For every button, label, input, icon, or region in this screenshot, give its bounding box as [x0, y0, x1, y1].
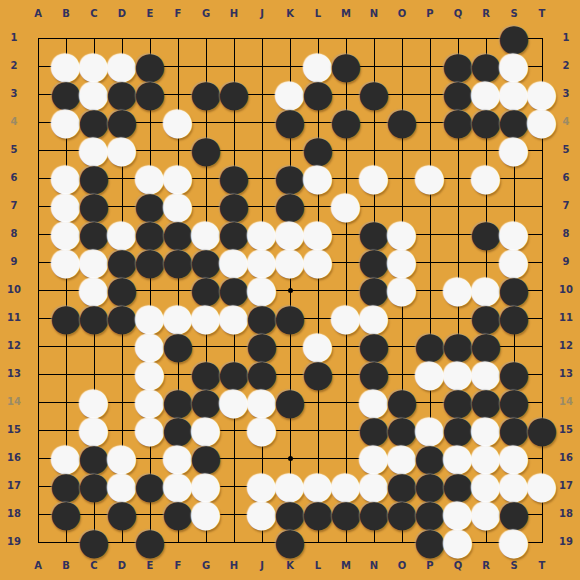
intersection-F3[interactable]: [164, 80, 192, 108]
intersection-E11[interactable]: ●: [136, 304, 164, 332]
intersection-F17[interactable]: ●: [164, 472, 192, 500]
intersection-R1[interactable]: [472, 24, 500, 52]
intersection-K1[interactable]: [276, 24, 304, 52]
intersection-P7[interactable]: [416, 192, 444, 220]
intersection-C18[interactable]: [80, 500, 108, 528]
intersection-P9[interactable]: [416, 248, 444, 276]
intersection-F10[interactable]: [164, 276, 192, 304]
intersection-Q3[interactable]: ●: [444, 80, 472, 108]
intersection-E17[interactable]: ●: [136, 472, 164, 500]
intersection-K8[interactable]: ●: [276, 220, 304, 248]
intersection-T5[interactable]: [528, 136, 556, 164]
intersection-O5[interactable]: [388, 136, 416, 164]
intersection-M3[interactable]: [332, 80, 360, 108]
intersection-A8[interactable]: [24, 220, 52, 248]
intersection-R13[interactable]: ●: [472, 360, 500, 388]
intersection-M14[interactable]: [332, 388, 360, 416]
intersection-H12[interactable]: [220, 332, 248, 360]
intersection-J18[interactable]: ●: [248, 500, 276, 528]
intersection-H11[interactable]: ●: [220, 304, 248, 332]
intersection-Q14[interactable]: ●: [444, 388, 472, 416]
intersection-E13[interactable]: ●: [136, 360, 164, 388]
intersection-Q16[interactable]: ●: [444, 444, 472, 472]
intersection-C1[interactable]: [80, 24, 108, 52]
intersection-B11[interactable]: ●: [52, 304, 80, 332]
intersection-L2[interactable]: ●: [304, 52, 332, 80]
intersection-G12[interactable]: [192, 332, 220, 360]
intersection-P18[interactable]: ●: [416, 500, 444, 528]
intersection-F4[interactable]: ●: [164, 108, 192, 136]
intersection-P3[interactable]: [416, 80, 444, 108]
intersection-A6[interactable]: [24, 164, 52, 192]
intersection-J7[interactable]: [248, 192, 276, 220]
intersection-M16[interactable]: [332, 444, 360, 472]
intersection-O17[interactable]: ●: [388, 472, 416, 500]
intersection-C13[interactable]: [80, 360, 108, 388]
intersection-P12[interactable]: ●: [416, 332, 444, 360]
intersection-B2[interactable]: ●: [52, 52, 80, 80]
intersection-S10[interactable]: ●: [500, 276, 528, 304]
intersection-P15[interactable]: ●: [416, 416, 444, 444]
intersection-B9[interactable]: ●: [52, 248, 80, 276]
intersection-T18[interactable]: [528, 500, 556, 528]
intersection-N8[interactable]: ●: [360, 220, 388, 248]
intersection-S12[interactable]: [500, 332, 528, 360]
intersection-G17[interactable]: ●: [192, 472, 220, 500]
intersection-D17[interactable]: ●: [108, 472, 136, 500]
intersection-T12[interactable]: [528, 332, 556, 360]
intersection-J14[interactable]: ●: [248, 388, 276, 416]
intersection-L12[interactable]: ●: [304, 332, 332, 360]
intersection-K5[interactable]: [276, 136, 304, 164]
intersection-T13[interactable]: [528, 360, 556, 388]
intersection-Q19[interactable]: ●: [444, 528, 472, 556]
intersection-F6[interactable]: ●: [164, 164, 192, 192]
intersection-K7[interactable]: ●: [276, 192, 304, 220]
intersection-B17[interactable]: ●: [52, 472, 80, 500]
intersection-A10[interactable]: [24, 276, 52, 304]
intersection-S15[interactable]: ●: [500, 416, 528, 444]
intersection-M15[interactable]: [332, 416, 360, 444]
intersection-L6[interactable]: ●: [304, 164, 332, 192]
intersection-M11[interactable]: ●: [332, 304, 360, 332]
intersection-S3[interactable]: ●: [500, 80, 528, 108]
intersection-C16[interactable]: ●: [80, 444, 108, 472]
intersection-D3[interactable]: ●: [108, 80, 136, 108]
intersection-D14[interactable]: [108, 388, 136, 416]
intersection-H9[interactable]: ●: [220, 248, 248, 276]
intersection-O7[interactable]: [388, 192, 416, 220]
intersection-N1[interactable]: [360, 24, 388, 52]
intersection-A7[interactable]: [24, 192, 52, 220]
intersection-E8[interactable]: ●: [136, 220, 164, 248]
intersection-R12[interactable]: ●: [472, 332, 500, 360]
intersection-H4[interactable]: [220, 108, 248, 136]
intersection-N17[interactable]: ●: [360, 472, 388, 500]
intersection-J12[interactable]: ●: [248, 332, 276, 360]
intersection-G15[interactable]: ●: [192, 416, 220, 444]
intersection-B7[interactable]: ●: [52, 192, 80, 220]
intersection-L1[interactable]: [304, 24, 332, 52]
intersection-G7[interactable]: [192, 192, 220, 220]
intersection-N3[interactable]: ●: [360, 80, 388, 108]
intersection-S8[interactable]: ●: [500, 220, 528, 248]
intersection-J8[interactable]: ●: [248, 220, 276, 248]
intersection-S19[interactable]: ●: [500, 528, 528, 556]
intersection-S2[interactable]: ●: [500, 52, 528, 80]
intersection-E15[interactable]: ●: [136, 416, 164, 444]
intersection-N14[interactable]: ●: [360, 388, 388, 416]
intersection-H8[interactable]: ●: [220, 220, 248, 248]
intersection-Q6[interactable]: [444, 164, 472, 192]
intersection-J3[interactable]: [248, 80, 276, 108]
intersection-S7[interactable]: [500, 192, 528, 220]
intersection-A17[interactable]: [24, 472, 52, 500]
intersection-R6[interactable]: ●: [472, 164, 500, 192]
intersection-R2[interactable]: ●: [472, 52, 500, 80]
intersection-H14[interactable]: ●: [220, 388, 248, 416]
intersection-J15[interactable]: ●: [248, 416, 276, 444]
intersection-L15[interactable]: [304, 416, 332, 444]
intersection-G8[interactable]: ●: [192, 220, 220, 248]
intersection-K13[interactable]: [276, 360, 304, 388]
intersection-Q1[interactable]: [444, 24, 472, 52]
intersection-N15[interactable]: ●: [360, 416, 388, 444]
intersection-D2[interactable]: ●: [108, 52, 136, 80]
intersection-K11[interactable]: ●: [276, 304, 304, 332]
intersection-L10[interactable]: [304, 276, 332, 304]
intersection-T6[interactable]: [528, 164, 556, 192]
intersection-H1[interactable]: [220, 24, 248, 52]
intersection-D11[interactable]: ●: [108, 304, 136, 332]
intersection-H18[interactable]: [220, 500, 248, 528]
intersection-O1[interactable]: [388, 24, 416, 52]
intersection-P1[interactable]: [416, 24, 444, 52]
intersection-H10[interactable]: ●: [220, 276, 248, 304]
intersection-K18[interactable]: ●: [276, 500, 304, 528]
intersection-G5[interactable]: ●: [192, 136, 220, 164]
intersection-R15[interactable]: ●: [472, 416, 500, 444]
intersection-P8[interactable]: [416, 220, 444, 248]
intersection-E4[interactable]: [136, 108, 164, 136]
intersection-Q7[interactable]: [444, 192, 472, 220]
intersection-R7[interactable]: [472, 192, 500, 220]
intersection-E14[interactable]: ●: [136, 388, 164, 416]
intersection-G19[interactable]: [192, 528, 220, 556]
intersection-E10[interactable]: [136, 276, 164, 304]
intersection-B19[interactable]: [52, 528, 80, 556]
intersection-F5[interactable]: [164, 136, 192, 164]
intersection-N4[interactable]: [360, 108, 388, 136]
intersection-P5[interactable]: [416, 136, 444, 164]
intersection-F19[interactable]: [164, 528, 192, 556]
intersection-B12[interactable]: [52, 332, 80, 360]
intersection-Q5[interactable]: [444, 136, 472, 164]
intersection-Q17[interactable]: ●: [444, 472, 472, 500]
intersection-P19[interactable]: ●: [416, 528, 444, 556]
intersection-S16[interactable]: ●: [500, 444, 528, 472]
intersection-L11[interactable]: [304, 304, 332, 332]
intersection-B3[interactable]: ●: [52, 80, 80, 108]
intersection-D1[interactable]: [108, 24, 136, 52]
intersection-R4[interactable]: ●: [472, 108, 500, 136]
intersection-B13[interactable]: [52, 360, 80, 388]
intersection-K2[interactable]: [276, 52, 304, 80]
intersection-J10[interactable]: ●: [248, 276, 276, 304]
intersection-C17[interactable]: ●: [80, 472, 108, 500]
intersection-L4[interactable]: [304, 108, 332, 136]
intersection-K17[interactable]: ●: [276, 472, 304, 500]
intersection-L5[interactable]: ●: [304, 136, 332, 164]
intersection-L3[interactable]: ●: [304, 80, 332, 108]
intersection-C11[interactable]: ●: [80, 304, 108, 332]
intersection-A1[interactable]: [24, 24, 52, 52]
intersection-S11[interactable]: ●: [500, 304, 528, 332]
intersection-O9[interactable]: ●: [388, 248, 416, 276]
intersection-H5[interactable]: [220, 136, 248, 164]
intersection-P10[interactable]: [416, 276, 444, 304]
intersection-D5[interactable]: ●: [108, 136, 136, 164]
intersection-B8[interactable]: ●: [52, 220, 80, 248]
intersection-P6[interactable]: ●: [416, 164, 444, 192]
intersection-G4[interactable]: [192, 108, 220, 136]
intersection-E9[interactable]: ●: [136, 248, 164, 276]
intersection-E16[interactable]: [136, 444, 164, 472]
intersection-R3[interactable]: ●: [472, 80, 500, 108]
intersection-A9[interactable]: [24, 248, 52, 276]
intersection-T1[interactable]: [528, 24, 556, 52]
intersection-M6[interactable]: [332, 164, 360, 192]
intersection-T4[interactable]: ●: [528, 108, 556, 136]
intersection-D9[interactable]: ●: [108, 248, 136, 276]
intersection-M8[interactable]: [332, 220, 360, 248]
intersection-E3[interactable]: ●: [136, 80, 164, 108]
intersection-F16[interactable]: ●: [164, 444, 192, 472]
intersection-O19[interactable]: [388, 528, 416, 556]
intersection-O4[interactable]: ●: [388, 108, 416, 136]
intersection-C4[interactable]: ●: [80, 108, 108, 136]
intersection-T8[interactable]: [528, 220, 556, 248]
intersection-D10[interactable]: ●: [108, 276, 136, 304]
intersection-R18[interactable]: ●: [472, 500, 500, 528]
intersection-L18[interactable]: ●: [304, 500, 332, 528]
intersection-H15[interactable]: [220, 416, 248, 444]
intersection-B18[interactable]: ●: [52, 500, 80, 528]
intersection-P2[interactable]: [416, 52, 444, 80]
intersection-Q15[interactable]: ●: [444, 416, 472, 444]
intersection-Q11[interactable]: [444, 304, 472, 332]
intersection-R11[interactable]: ●: [472, 304, 500, 332]
intersection-D19[interactable]: [108, 528, 136, 556]
intersection-P14[interactable]: [416, 388, 444, 416]
intersection-A14[interactable]: [24, 388, 52, 416]
intersection-Q10[interactable]: ●: [444, 276, 472, 304]
intersection-A2[interactable]: [24, 52, 52, 80]
intersection-T3[interactable]: ●: [528, 80, 556, 108]
intersection-G3[interactable]: ●: [192, 80, 220, 108]
intersection-J17[interactable]: ●: [248, 472, 276, 500]
intersection-R14[interactable]: ●: [472, 388, 500, 416]
intersection-J19[interactable]: [248, 528, 276, 556]
intersection-O8[interactable]: ●: [388, 220, 416, 248]
intersection-N18[interactable]: ●: [360, 500, 388, 528]
intersection-C6[interactable]: ●: [80, 164, 108, 192]
intersection-G9[interactable]: ●: [192, 248, 220, 276]
intersection-S4[interactable]: ●: [500, 108, 528, 136]
intersection-J11[interactable]: ●: [248, 304, 276, 332]
intersection-J9[interactable]: ●: [248, 248, 276, 276]
intersection-M13[interactable]: [332, 360, 360, 388]
intersection-N12[interactable]: ●: [360, 332, 388, 360]
intersection-M12[interactable]: [332, 332, 360, 360]
intersection-G13[interactable]: ●: [192, 360, 220, 388]
intersection-C12[interactable]: [80, 332, 108, 360]
intersection-C5[interactable]: ●: [80, 136, 108, 164]
intersection-S18[interactable]: ●: [500, 500, 528, 528]
intersection-K15[interactable]: [276, 416, 304, 444]
intersection-A13[interactable]: [24, 360, 52, 388]
intersection-A12[interactable]: [24, 332, 52, 360]
intersection-N9[interactable]: ●: [360, 248, 388, 276]
intersection-A5[interactable]: [24, 136, 52, 164]
intersection-N11[interactable]: ●: [360, 304, 388, 332]
intersection-F1[interactable]: [164, 24, 192, 52]
intersection-Q9[interactable]: [444, 248, 472, 276]
intersection-S1[interactable]: ●: [500, 24, 528, 52]
intersection-E12[interactable]: ●: [136, 332, 164, 360]
intersection-G16[interactable]: ●: [192, 444, 220, 472]
intersection-K10[interactable]: [276, 276, 304, 304]
intersection-M2[interactable]: ●: [332, 52, 360, 80]
intersection-J1[interactable]: [248, 24, 276, 52]
intersection-F11[interactable]: ●: [164, 304, 192, 332]
intersection-D7[interactable]: [108, 192, 136, 220]
intersection-C15[interactable]: ●: [80, 416, 108, 444]
intersection-P17[interactable]: ●: [416, 472, 444, 500]
intersection-N5[interactable]: [360, 136, 388, 164]
intersection-S13[interactable]: ●: [500, 360, 528, 388]
intersection-D8[interactable]: ●: [108, 220, 136, 248]
intersection-R17[interactable]: ●: [472, 472, 500, 500]
intersection-K4[interactable]: ●: [276, 108, 304, 136]
intersection-P4[interactable]: [416, 108, 444, 136]
intersection-B5[interactable]: [52, 136, 80, 164]
intersection-S9[interactable]: ●: [500, 248, 528, 276]
intersection-K19[interactable]: ●: [276, 528, 304, 556]
intersection-Q12[interactable]: ●: [444, 332, 472, 360]
intersection-G1[interactable]: [192, 24, 220, 52]
intersection-R5[interactable]: [472, 136, 500, 164]
intersection-N19[interactable]: [360, 528, 388, 556]
intersection-T9[interactable]: [528, 248, 556, 276]
intersection-J4[interactable]: [248, 108, 276, 136]
intersection-O12[interactable]: [388, 332, 416, 360]
intersection-L16[interactable]: [304, 444, 332, 472]
intersection-C19[interactable]: ●: [80, 528, 108, 556]
intersection-K9[interactable]: ●: [276, 248, 304, 276]
intersection-G14[interactable]: ●: [192, 388, 220, 416]
intersection-F15[interactable]: ●: [164, 416, 192, 444]
intersection-L13[interactable]: ●: [304, 360, 332, 388]
intersection-D6[interactable]: [108, 164, 136, 192]
intersection-T17[interactable]: ●: [528, 472, 556, 500]
intersection-L8[interactable]: ●: [304, 220, 332, 248]
intersection-G6[interactable]: [192, 164, 220, 192]
intersection-C8[interactable]: ●: [80, 220, 108, 248]
intersection-A19[interactable]: [24, 528, 52, 556]
intersection-A16[interactable]: [24, 444, 52, 472]
intersection-D4[interactable]: ●: [108, 108, 136, 136]
intersection-O14[interactable]: ●: [388, 388, 416, 416]
intersection-A11[interactable]: [24, 304, 52, 332]
intersection-T11[interactable]: [528, 304, 556, 332]
intersection-L14[interactable]: [304, 388, 332, 416]
intersection-E18[interactable]: [136, 500, 164, 528]
intersection-C10[interactable]: ●: [80, 276, 108, 304]
intersection-L17[interactable]: ●: [304, 472, 332, 500]
intersection-C2[interactable]: ●: [80, 52, 108, 80]
intersection-E5[interactable]: [136, 136, 164, 164]
intersection-P16[interactable]: ●: [416, 444, 444, 472]
intersection-B14[interactable]: [52, 388, 80, 416]
intersection-J6[interactable]: [248, 164, 276, 192]
intersection-N2[interactable]: [360, 52, 388, 80]
intersection-K3[interactable]: ●: [276, 80, 304, 108]
intersection-F14[interactable]: ●: [164, 388, 192, 416]
intersection-Q8[interactable]: [444, 220, 472, 248]
intersection-R9[interactable]: [472, 248, 500, 276]
intersection-F9[interactable]: ●: [164, 248, 192, 276]
intersection-T10[interactable]: [528, 276, 556, 304]
intersection-M19[interactable]: [332, 528, 360, 556]
intersection-T14[interactable]: [528, 388, 556, 416]
intersection-H3[interactable]: ●: [220, 80, 248, 108]
intersection-N6[interactable]: ●: [360, 164, 388, 192]
intersection-C14[interactable]: ●: [80, 388, 108, 416]
intersection-B16[interactable]: ●: [52, 444, 80, 472]
intersection-T2[interactable]: [528, 52, 556, 80]
intersection-G11[interactable]: ●: [192, 304, 220, 332]
intersection-R10[interactable]: ●: [472, 276, 500, 304]
intersection-E6[interactable]: ●: [136, 164, 164, 192]
intersection-M10[interactable]: [332, 276, 360, 304]
intersection-O2[interactable]: [388, 52, 416, 80]
intersection-M9[interactable]: [332, 248, 360, 276]
intersection-E1[interactable]: [136, 24, 164, 52]
intersection-H16[interactable]: [220, 444, 248, 472]
intersection-A3[interactable]: [24, 80, 52, 108]
intersection-K12[interactable]: [276, 332, 304, 360]
intersection-F2[interactable]: [164, 52, 192, 80]
intersection-H19[interactable]: [220, 528, 248, 556]
intersection-F18[interactable]: ●: [164, 500, 192, 528]
intersection-H2[interactable]: [220, 52, 248, 80]
intersection-G18[interactable]: ●: [192, 500, 220, 528]
intersection-O6[interactable]: [388, 164, 416, 192]
intersection-O18[interactable]: ●: [388, 500, 416, 528]
intersection-R19[interactable]: [472, 528, 500, 556]
intersection-N10[interactable]: ●: [360, 276, 388, 304]
intersection-B15[interactable]: [52, 416, 80, 444]
intersection-D12[interactable]: [108, 332, 136, 360]
intersection-M7[interactable]: ●: [332, 192, 360, 220]
intersection-Q4[interactable]: ●: [444, 108, 472, 136]
intersection-T15[interactable]: ●: [528, 416, 556, 444]
intersection-L19[interactable]: [304, 528, 332, 556]
intersection-D18[interactable]: ●: [108, 500, 136, 528]
intersection-O10[interactable]: ●: [388, 276, 416, 304]
intersection-C9[interactable]: ●: [80, 248, 108, 276]
